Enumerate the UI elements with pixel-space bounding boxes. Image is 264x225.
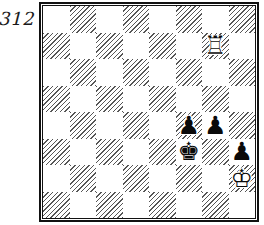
square-d8[interactable] — [123, 6, 150, 33]
black-pawn-glyph: ♟ — [176, 112, 203, 139]
square-a6[interactable] — [43, 59, 70, 86]
square-f7[interactable] — [176, 33, 203, 60]
square-d3[interactable] — [123, 139, 150, 166]
square-h8[interactable] — [229, 6, 256, 33]
white-king: ♚♔ — [229, 165, 256, 192]
square-b3[interactable] — [70, 139, 97, 166]
square-b4[interactable] — [70, 112, 97, 139]
square-a4[interactable] — [43, 112, 70, 139]
black-pawn-glyph: ♟ — [202, 112, 229, 139]
black-king-fill: ♚ — [176, 139, 203, 166]
black-pawn-fill: ♟ — [176, 112, 203, 139]
square-c1[interactable] — [96, 192, 123, 219]
black-king: ♚♚ — [176, 139, 203, 166]
square-b8[interactable] — [70, 6, 97, 33]
square-h6[interactable] — [229, 59, 256, 86]
square-a8[interactable] — [43, 6, 70, 33]
square-a5[interactable] — [43, 86, 70, 113]
square-e8[interactable] — [149, 6, 176, 33]
white-rook-fill: ♜ — [202, 33, 229, 60]
square-e2[interactable] — [149, 165, 176, 192]
black-pawn-fill: ♟ — [229, 139, 256, 166]
square-d4[interactable] — [123, 112, 150, 139]
square-f2[interactable] — [176, 165, 203, 192]
white-king-glyph: ♔ — [229, 165, 256, 192]
puzzle-number: 312 — [0, 8, 36, 29]
square-d5[interactable] — [123, 86, 150, 113]
square-h5[interactable] — [229, 86, 256, 113]
chess-diagram: 312 ♜♖♟♟♟♟♚♚♟♟♚♔ — [0, 0, 264, 225]
square-g3[interactable] — [202, 139, 229, 166]
board-frame: ♜♖♟♟♟♟♚♚♟♟♚♔ — [39, 2, 259, 222]
square-b2[interactable] — [70, 165, 97, 192]
square-h2[interactable]: ♚♔ — [229, 165, 256, 192]
square-b7[interactable] — [70, 33, 97, 60]
square-g2[interactable] — [202, 165, 229, 192]
black-pawn: ♟♟ — [229, 139, 256, 166]
white-rook: ♜♖ — [202, 33, 229, 60]
square-c5[interactable] — [96, 86, 123, 113]
square-h7[interactable] — [229, 33, 256, 60]
square-h4[interactable] — [229, 112, 256, 139]
black-king-glyph: ♚ — [176, 139, 203, 166]
square-c3[interactable] — [96, 139, 123, 166]
square-b1[interactable] — [70, 192, 97, 219]
square-e1[interactable] — [149, 192, 176, 219]
square-b6[interactable] — [70, 59, 97, 86]
square-a3[interactable] — [43, 139, 70, 166]
white-king-fill: ♚ — [229, 165, 256, 192]
square-f3[interactable]: ♚♚ — [176, 139, 203, 166]
square-g8[interactable] — [202, 6, 229, 33]
square-h3[interactable]: ♟♟ — [229, 139, 256, 166]
square-c6[interactable] — [96, 59, 123, 86]
square-d2[interactable] — [123, 165, 150, 192]
square-g1[interactable] — [202, 192, 229, 219]
square-g7[interactable]: ♜♖ — [202, 33, 229, 60]
square-c2[interactable] — [96, 165, 123, 192]
square-g6[interactable] — [202, 59, 229, 86]
square-d7[interactable] — [123, 33, 150, 60]
square-f1[interactable] — [176, 192, 203, 219]
square-f4[interactable]: ♟♟ — [176, 112, 203, 139]
square-c8[interactable] — [96, 6, 123, 33]
square-h1[interactable] — [229, 192, 256, 219]
square-e3[interactable] — [149, 139, 176, 166]
square-f6[interactable] — [176, 59, 203, 86]
square-a1[interactable] — [43, 192, 70, 219]
chess-board: ♜♖♟♟♟♟♚♚♟♟♚♔ — [42, 5, 256, 219]
square-f5[interactable] — [176, 86, 203, 113]
square-d1[interactable] — [123, 192, 150, 219]
white-rook-glyph: ♖ — [202, 33, 229, 60]
square-g5[interactable] — [202, 86, 229, 113]
black-pawn: ♟♟ — [176, 112, 203, 139]
square-e5[interactable] — [149, 86, 176, 113]
square-c7[interactable] — [96, 33, 123, 60]
black-pawn-glyph: ♟ — [229, 139, 256, 166]
square-b5[interactable] — [70, 86, 97, 113]
square-f8[interactable] — [176, 6, 203, 33]
square-a2[interactable] — [43, 165, 70, 192]
black-pawn: ♟♟ — [202, 112, 229, 139]
square-a7[interactable] — [43, 33, 70, 60]
black-pawn-fill: ♟ — [202, 112, 229, 139]
square-g4[interactable]: ♟♟ — [202, 112, 229, 139]
square-d6[interactable] — [123, 59, 150, 86]
square-e7[interactable] — [149, 33, 176, 60]
square-e4[interactable] — [149, 112, 176, 139]
square-e6[interactable] — [149, 59, 176, 86]
square-c4[interactable] — [96, 112, 123, 139]
